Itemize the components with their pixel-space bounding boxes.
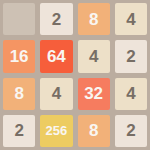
tile-8-r4c3: 8 bbox=[78, 115, 110, 147]
tile-4-r2c3: 4 bbox=[78, 40, 110, 72]
tile-32-r3c3: 32 bbox=[78, 78, 110, 110]
tile-2-r1c2: 2 bbox=[40, 3, 72, 35]
tile-8-r3c1: 8 bbox=[3, 78, 35, 110]
tile-16-r2c1: 16 bbox=[3, 40, 35, 72]
2048-board[interactable]: 28416644284324225682 bbox=[0, 0, 150, 150]
tile-256-r4c2: 256 bbox=[40, 115, 72, 147]
tile-2-r4c4: 2 bbox=[115, 115, 147, 147]
empty-cell-r1c1 bbox=[3, 3, 35, 35]
tile-64-r2c2: 64 bbox=[40, 40, 72, 72]
tile-8-r1c3: 8 bbox=[78, 3, 110, 35]
tile-2-r2c4: 2 bbox=[115, 40, 147, 72]
tile-4-r3c4: 4 bbox=[115, 78, 147, 110]
tile-2-r4c1: 2 bbox=[3, 115, 35, 147]
tile-4-r3c2: 4 bbox=[40, 78, 72, 110]
tile-4-r1c4: 4 bbox=[115, 3, 147, 35]
